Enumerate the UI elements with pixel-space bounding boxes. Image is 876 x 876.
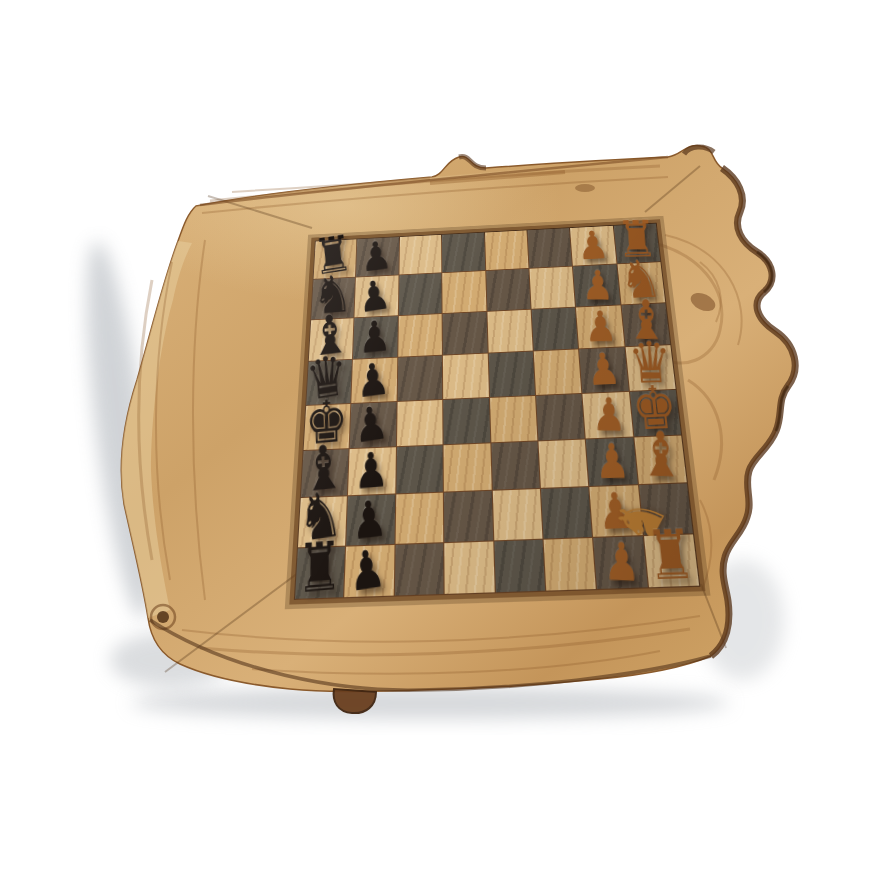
white-pawn-piece: ♟ xyxy=(586,350,623,392)
board-square-r2-c1: ♟ xyxy=(353,316,397,359)
board-square-r5-c4 xyxy=(491,441,540,490)
board-square-r2-c5 xyxy=(531,307,578,350)
white-bishop-piece: ♝ xyxy=(638,425,685,483)
chessboard-grid: ♜♟♟♜♞♟♟♞♝♟♟♝♛♟♟♛♚♟♟♚♝♟♟♝♞♟♟♞♜♟♟♜ xyxy=(294,223,701,600)
board-square-r7-c3 xyxy=(444,541,494,594)
black-rook-piece: ♜ xyxy=(296,534,342,599)
board-square-r1-c3 xyxy=(442,271,486,313)
board-square-r7-c5 xyxy=(543,538,596,591)
board-square-r0-c2 xyxy=(399,235,441,275)
board-square-r2-c2 xyxy=(398,314,442,357)
board-square-r1-c4 xyxy=(486,269,531,311)
white-pawn-piece: ♟ xyxy=(592,394,627,437)
board-square-r6-c3 xyxy=(444,491,493,542)
white-pawn-piece: ♟ xyxy=(603,538,640,588)
board-square-r5-c7: ♝ xyxy=(634,435,687,484)
board-square-r2-c6: ♟ xyxy=(576,305,624,348)
board-square-r7-c1: ♟ xyxy=(345,545,395,598)
board-square-r6-c2 xyxy=(395,493,443,544)
white-pawn-piece: ♟ xyxy=(594,440,631,484)
board-square-r5-c3 xyxy=(444,443,492,492)
board-square-r2-c3 xyxy=(443,312,488,355)
board-square-r7-c6: ♟ xyxy=(593,536,647,589)
board-square-r3-c6: ♟ xyxy=(579,347,628,392)
chessboard: ♜♟♟♜♞♟♟♞♝♟♟♝♛♟♟♛♚♟♟♚♝♟♟♝♞♟♟♞♜♟♟♜ xyxy=(294,223,701,600)
board-square-r6-c5 xyxy=(541,487,592,538)
board-square-r4-c6: ♟ xyxy=(583,391,633,438)
board-square-r7-c0: ♜ xyxy=(295,546,345,599)
board-square-r0-c5 xyxy=(527,228,572,268)
board-square-r7-c4 xyxy=(494,539,545,592)
board-square-r0-c6: ♟ xyxy=(570,226,616,266)
white-rook-piece: ♜ xyxy=(644,523,698,587)
board-square-r4-c4 xyxy=(490,395,538,442)
board-square-r1-c1: ♟ xyxy=(355,276,398,317)
board-square-r7-c7: ♜ xyxy=(644,534,700,587)
board-square-r2-c4 xyxy=(487,309,533,352)
product-photo: ♜♟♟♜♞♟♟♞♝♟♟♝♛♟♟♛♚♟♟♚♝♟♟♝♞♟♟♞♜♟♟♜ xyxy=(0,0,876,876)
board-square-r4-c1: ♟ xyxy=(350,401,396,447)
board-square-r1-c6: ♟ xyxy=(573,265,620,307)
board-square-r3-c2 xyxy=(397,356,442,401)
board-square-r4-c3 xyxy=(443,397,489,444)
board-square-r5-c2 xyxy=(396,445,443,493)
board-square-r0-c3 xyxy=(442,233,485,273)
board-square-r5-c1: ♟ xyxy=(348,447,395,495)
board-square-r3-c3 xyxy=(443,354,488,399)
board-square-r5-c6: ♟ xyxy=(586,437,637,486)
board-square-r3-c4 xyxy=(488,352,535,397)
board-square-r6-c4 xyxy=(492,489,542,540)
black-pawn-piece: ♟ xyxy=(347,544,388,598)
board-square-r1-c5 xyxy=(529,267,575,309)
white-pawn-piece: ♟ xyxy=(584,308,618,347)
board-square-r5-c5 xyxy=(538,439,588,488)
board-square-r3-c1: ♟ xyxy=(352,358,397,403)
board-square-r6-c1: ♟ xyxy=(347,495,395,545)
board-square-r7-c2 xyxy=(395,543,444,596)
board-square-r4-c2 xyxy=(397,400,443,447)
board-square-r4-c5 xyxy=(536,393,585,440)
white-pawn-piece: ♟ xyxy=(582,267,614,305)
board-square-r3-c5 xyxy=(534,349,582,394)
board-square-r0-c4 xyxy=(485,230,529,270)
white-pawn-piece: ♟ xyxy=(576,228,610,265)
board-square-r1-c2 xyxy=(399,274,442,315)
